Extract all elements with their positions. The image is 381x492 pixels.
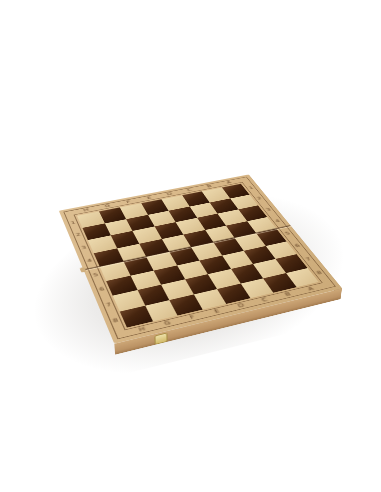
rank-label: 6: [99, 287, 106, 292]
file-label: F: [126, 200, 131, 204]
file-label: F: [189, 315, 196, 321]
rank-label: 4: [87, 259, 93, 264]
rank-label: 8: [316, 271, 324, 276]
rank-label: 3: [81, 245, 87, 250]
file-label: D: [237, 303, 245, 309]
rank-label: 7: [105, 302, 112, 308]
rank-label: 1: [248, 186, 254, 190]
rank-label: 3: [265, 208, 272, 212]
product-photo: HHGGFFEEDDCCBBAA1122334455667788 ♜♞♝♚♛♝♞…: [0, 0, 381, 492]
rank-label: 8: [112, 318, 119, 324]
file-label: E: [213, 309, 220, 315]
rank-label: 1: [70, 221, 76, 225]
file-label: E: [146, 196, 152, 200]
rank-label: 6: [294, 244, 301, 249]
file-label: H: [83, 208, 89, 212]
file-label: C: [187, 188, 193, 192]
rank-label: 5: [93, 272, 99, 277]
file-label: G: [163, 320, 171, 326]
file-label: H: [138, 326, 146, 332]
rank-label: 2: [256, 197, 262, 201]
file-label: D: [166, 192, 173, 196]
file-label: A: [226, 181, 232, 185]
file-label: A: [307, 286, 315, 292]
rank-label: 7: [305, 257, 312, 262]
file-label: G: [104, 204, 111, 208]
rank-label: 2: [75, 233, 81, 238]
rank-label: 5: [284, 231, 291, 236]
rank-label: 4: [275, 219, 282, 223]
file-label: C: [261, 297, 269, 303]
file-label: B: [284, 292, 292, 298]
file-label: B: [206, 185, 212, 189]
